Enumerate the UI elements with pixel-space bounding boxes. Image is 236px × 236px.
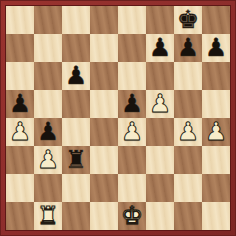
square-f6[interactable] xyxy=(146,62,174,90)
square-b8[interactable] xyxy=(34,6,62,34)
square-b2[interactable] xyxy=(34,174,62,202)
square-h6[interactable] xyxy=(202,62,230,90)
square-c2[interactable] xyxy=(62,174,90,202)
black-pawn[interactable]: ♟ xyxy=(149,34,171,62)
square-f5[interactable]: ♟ xyxy=(146,90,174,118)
square-e8[interactable] xyxy=(118,6,146,34)
square-h7[interactable]: ♟ xyxy=(202,34,230,62)
square-g4[interactable]: ♟ xyxy=(174,118,202,146)
square-h2[interactable] xyxy=(202,174,230,202)
square-h1[interactable] xyxy=(202,202,230,230)
square-c6[interactable]: ♟ xyxy=(62,62,90,90)
square-g2[interactable] xyxy=(174,174,202,202)
square-d8[interactable] xyxy=(90,6,118,34)
square-c5[interactable] xyxy=(62,90,90,118)
chessboard-window: ♚♟♟♟♟♟♟♟♟♟♟♟♟♟♜♜♚ xyxy=(0,0,236,236)
black-pawn[interactable]: ♟ xyxy=(205,34,227,62)
white-pawn[interactable]: ♟ xyxy=(9,118,31,146)
square-h5[interactable] xyxy=(202,90,230,118)
square-a6[interactable] xyxy=(6,62,34,90)
square-e5[interactable]: ♟ xyxy=(118,90,146,118)
square-f8[interactable] xyxy=(146,6,174,34)
square-g5[interactable] xyxy=(174,90,202,118)
square-a4[interactable]: ♟ xyxy=(6,118,34,146)
square-f1[interactable] xyxy=(146,202,174,230)
square-e6[interactable] xyxy=(118,62,146,90)
white-pawn[interactable]: ♟ xyxy=(121,118,143,146)
square-f2[interactable] xyxy=(146,174,174,202)
square-c3[interactable]: ♜ xyxy=(62,146,90,174)
square-a5[interactable]: ♟ xyxy=(6,90,34,118)
square-a1[interactable] xyxy=(6,202,34,230)
square-d6[interactable] xyxy=(90,62,118,90)
square-d4[interactable] xyxy=(90,118,118,146)
square-g3[interactable] xyxy=(174,146,202,174)
white-pawn[interactable]: ♟ xyxy=(177,118,199,146)
square-g8[interactable]: ♚ xyxy=(174,6,202,34)
square-h3[interactable] xyxy=(202,146,230,174)
square-g1[interactable] xyxy=(174,202,202,230)
white-pawn[interactable]: ♟ xyxy=(149,90,171,118)
square-c7[interactable] xyxy=(62,34,90,62)
square-h8[interactable] xyxy=(202,6,230,34)
board-frame: ♚♟♟♟♟♟♟♟♟♟♟♟♟♟♜♜♚ xyxy=(0,0,236,236)
square-b6[interactable] xyxy=(34,62,62,90)
black-pawn[interactable]: ♟ xyxy=(177,34,199,62)
square-a8[interactable] xyxy=(6,6,34,34)
square-b5[interactable] xyxy=(34,90,62,118)
square-b7[interactable] xyxy=(34,34,62,62)
square-d1[interactable] xyxy=(90,202,118,230)
square-c8[interactable] xyxy=(62,6,90,34)
square-d5[interactable] xyxy=(90,90,118,118)
square-b3[interactable]: ♟ xyxy=(34,146,62,174)
square-f3[interactable] xyxy=(146,146,174,174)
square-f4[interactable] xyxy=(146,118,174,146)
white-rook[interactable]: ♜ xyxy=(37,202,59,230)
black-pawn[interactable]: ♟ xyxy=(9,90,31,118)
square-a2[interactable] xyxy=(6,174,34,202)
square-b4[interactable]: ♟ xyxy=(34,118,62,146)
chess-board: ♚♟♟♟♟♟♟♟♟♟♟♟♟♟♜♜♚ xyxy=(6,6,230,230)
square-a7[interactable] xyxy=(6,34,34,62)
square-c4[interactable] xyxy=(62,118,90,146)
square-e4[interactable]: ♟ xyxy=(118,118,146,146)
square-d7[interactable] xyxy=(90,34,118,62)
square-e3[interactable] xyxy=(118,146,146,174)
black-rook[interactable]: ♜ xyxy=(65,146,87,174)
square-e7[interactable] xyxy=(118,34,146,62)
black-pawn[interactable]: ♟ xyxy=(37,118,59,146)
square-h4[interactable]: ♟ xyxy=(202,118,230,146)
square-f7[interactable]: ♟ xyxy=(146,34,174,62)
square-g7[interactable]: ♟ xyxy=(174,34,202,62)
square-e2[interactable] xyxy=(118,174,146,202)
black-king[interactable]: ♚ xyxy=(177,6,199,34)
square-d2[interactable] xyxy=(90,174,118,202)
square-b1[interactable]: ♜ xyxy=(34,202,62,230)
square-c1[interactable] xyxy=(62,202,90,230)
black-pawn[interactable]: ♟ xyxy=(121,90,143,118)
square-g6[interactable] xyxy=(174,62,202,90)
black-pawn[interactable]: ♟ xyxy=(65,62,87,90)
white-king[interactable]: ♚ xyxy=(121,202,143,230)
square-e1[interactable]: ♚ xyxy=(118,202,146,230)
white-pawn[interactable]: ♟ xyxy=(37,146,59,174)
square-d3[interactable] xyxy=(90,146,118,174)
square-a3[interactable] xyxy=(6,146,34,174)
white-pawn[interactable]: ♟ xyxy=(205,118,227,146)
